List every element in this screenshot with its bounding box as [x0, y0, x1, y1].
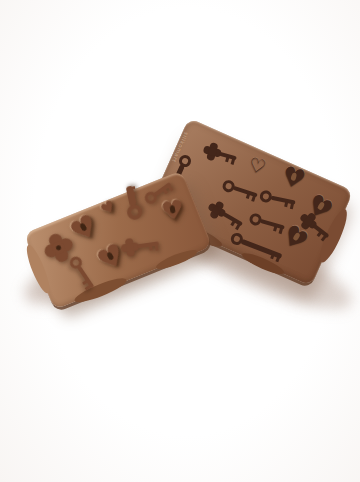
- cavity-key: [221, 178, 260, 202]
- chocolate-key: [67, 254, 99, 292]
- front-mould-with-chocolates: ♥♥♥♥: [24, 170, 212, 310]
- chocolate-key-standing: [120, 184, 145, 221]
- key-shaft: [137, 241, 159, 248]
- chocolate-flower: [50, 239, 67, 256]
- keyhole-detail: [317, 201, 325, 210]
- key-flower-bow: [211, 205, 222, 216]
- key-shaft: [125, 186, 136, 207]
- key-shaft: [241, 238, 283, 258]
- product-photo-stage: silikomart ♡♥♥♥ ♥♥♥♥: [0, 0, 360, 482]
- key-shaft: [270, 196, 295, 205]
- key-shaft: [260, 219, 285, 230]
- key-shaft: [233, 186, 258, 198]
- key-flower-bow: [207, 147, 217, 157]
- keyhole-detail: [169, 205, 175, 214]
- key-shaft: [154, 182, 172, 196]
- keyhole-detail: [106, 251, 114, 260]
- cavity-key: [248, 211, 286, 234]
- key-bow: [125, 203, 143, 221]
- key-shaft: [222, 212, 243, 226]
- key-shaft: [219, 152, 237, 161]
- keyhole-detail: [292, 232, 301, 241]
- cavity-heart: ♥: [279, 162, 309, 193]
- key-flower-bow: [303, 216, 314, 227]
- chocolate-heart-small: ♥: [98, 198, 119, 219]
- key-flower-bow: [125, 243, 134, 252]
- chocolate-heart: ♥: [65, 209, 104, 249]
- cavity-heart-outline: ♡: [247, 155, 268, 178]
- cavity-key-flower: [207, 201, 245, 231]
- keyhole-detail: [79, 222, 87, 231]
- cavity-key-flower: [204, 143, 239, 165]
- front-mould-chocolates: ♥♥♥♥: [24, 170, 212, 310]
- chocolate-key-flower: [122, 236, 160, 255]
- chocolate-heart: ♥: [159, 195, 186, 225]
- key-shaft: [313, 224, 330, 238]
- key-shaft: [77, 266, 94, 289]
- keyhole-detail: [291, 172, 298, 181]
